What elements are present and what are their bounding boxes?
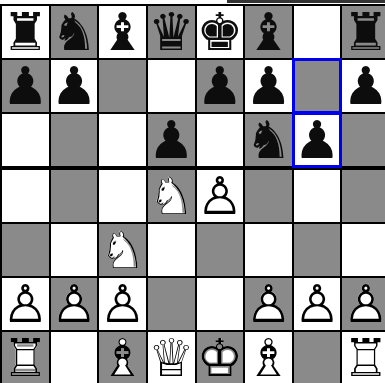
square-f6[interactable]: ♞ xyxy=(245,114,292,166)
white-pawn[interactable]: ♟♙ xyxy=(2,278,49,330)
square-f2[interactable]: ♟♙ xyxy=(245,278,292,330)
square-b4[interactable] xyxy=(51,170,98,222)
square-g2[interactable]: ♟♙ xyxy=(294,278,341,330)
white-pawn[interactable]: ♟♙ xyxy=(99,278,146,330)
square-g8[interactable] xyxy=(294,6,341,58)
square-e1[interactable]: ♚♔ xyxy=(197,332,244,383)
piece-fill-glyph: ♟ xyxy=(2,60,49,112)
white-pawn[interactable]: ♟♙ xyxy=(342,278,385,330)
white-pawn[interactable]: ♟♙ xyxy=(245,278,292,330)
square-g1[interactable] xyxy=(294,332,341,383)
square-b2[interactable]: ♟♙ xyxy=(51,278,98,330)
square-d2[interactable] xyxy=(148,278,195,330)
square-d6[interactable]: ♟ xyxy=(148,114,195,166)
piece-fill-glyph: ♞ xyxy=(245,114,292,166)
piece-outline-glyph: ♔ xyxy=(197,332,244,383)
square-a7[interactable]: ♟ xyxy=(2,60,49,112)
piece-outline-glyph: ♘ xyxy=(148,170,195,222)
square-g7[interactable] xyxy=(294,60,341,112)
white-knight[interactable]: ♞♘ xyxy=(148,170,195,222)
black-pawn[interactable]: ♟ xyxy=(245,60,292,112)
piece-outline-glyph: ♙ xyxy=(294,278,341,330)
square-h8[interactable]: ♜ xyxy=(342,6,385,58)
piece-outline-glyph: ♙ xyxy=(197,170,244,222)
square-a8[interactable]: ♜ xyxy=(2,6,49,58)
black-pawn[interactable]: ♟ xyxy=(294,114,341,166)
square-d1[interactable]: ♛♕ xyxy=(148,332,195,383)
square-a2[interactable]: ♟♙ xyxy=(2,278,49,330)
square-f1[interactable]: ♝♗ xyxy=(245,332,292,383)
square-g4[interactable] xyxy=(294,170,341,222)
square-b1[interactable] xyxy=(51,332,98,383)
white-king[interactable]: ♚♔ xyxy=(197,332,244,383)
square-e4[interactable]: ♟♙ xyxy=(197,170,244,222)
white-queen[interactable]: ♛♕ xyxy=(148,332,195,383)
screenshot-root: ♜♞♝♛♚♝♜♟♟♟♟♟♟♞♟♞♘♟♙♞♘♟♙♟♙♟♙♟♙♟♙♟♙♜♖♝♗♛♕♚… xyxy=(0,0,385,383)
square-a1[interactable]: ♜♖ xyxy=(2,332,49,383)
square-f4[interactable] xyxy=(245,170,292,222)
piece-fill-glyph: ♝ xyxy=(245,6,292,58)
square-g3[interactable] xyxy=(294,224,341,276)
piece-fill-glyph: ♜ xyxy=(2,6,49,58)
white-rook[interactable]: ♜♖ xyxy=(2,332,49,383)
white-pawn[interactable]: ♟♙ xyxy=(51,278,98,330)
piece-outline-glyph: ♕ xyxy=(148,332,195,383)
square-e2[interactable] xyxy=(197,278,244,330)
black-pawn[interactable]: ♟ xyxy=(342,60,385,112)
square-e3[interactable] xyxy=(197,224,244,276)
piece-fill-glyph: ♞ xyxy=(51,6,98,58)
square-d7[interactable] xyxy=(148,60,195,112)
black-queen[interactable]: ♛ xyxy=(148,6,195,58)
white-rook[interactable]: ♜♖ xyxy=(342,332,385,383)
black-king[interactable]: ♚ xyxy=(197,6,244,58)
piece-outline-glyph: ♖ xyxy=(2,332,49,383)
black-bishop[interactable]: ♝ xyxy=(245,6,292,58)
piece-outline-glyph: ♗ xyxy=(245,332,292,383)
square-c2[interactable]: ♟♙ xyxy=(99,278,146,330)
black-pawn[interactable]: ♟ xyxy=(2,60,49,112)
page: { "game": "chess", "position": { "fen": … xyxy=(0,0,385,383)
square-b3[interactable] xyxy=(51,224,98,276)
piece-fill-glyph: ♛ xyxy=(148,6,195,58)
black-rook[interactable]: ♜ xyxy=(342,6,385,58)
piece-outline-glyph: ♙ xyxy=(51,278,98,330)
white-bishop[interactable]: ♝♗ xyxy=(245,332,292,383)
piece-outline-glyph: ♘ xyxy=(99,224,146,276)
piece-fill-glyph: ♟ xyxy=(294,114,341,166)
black-knight[interactable]: ♞ xyxy=(51,6,98,58)
square-a6[interactable] xyxy=(2,114,49,166)
black-bishop[interactable]: ♝ xyxy=(99,6,146,58)
square-g6[interactable]: ♟ xyxy=(294,114,341,166)
white-bishop[interactable]: ♝♗ xyxy=(99,332,146,383)
square-e6[interactable] xyxy=(197,114,244,166)
square-f7[interactable]: ♟ xyxy=(245,60,292,112)
square-c1[interactable]: ♝♗ xyxy=(99,332,146,383)
white-pawn[interactable]: ♟♙ xyxy=(197,170,244,222)
square-h1[interactable]: ♜♖ xyxy=(342,332,385,383)
square-a4[interactable] xyxy=(2,170,49,222)
chess-board: ♜♞♝♛♚♝♜♟♟♟♟♟♟♞♟♞♘♟♙♞♘♟♙♟♙♟♙♟♙♟♙♟♙♜♖♝♗♛♕♚… xyxy=(0,4,385,383)
square-e8[interactable]: ♚ xyxy=(197,6,244,58)
piece-outline-glyph: ♙ xyxy=(99,278,146,330)
black-rook[interactable]: ♜ xyxy=(2,6,49,58)
white-pawn[interactable]: ♟♙ xyxy=(294,278,341,330)
square-f3[interactable] xyxy=(245,224,292,276)
black-pawn[interactable]: ♟ xyxy=(197,60,244,112)
square-h3[interactable] xyxy=(342,224,385,276)
square-h6[interactable] xyxy=(342,114,385,166)
square-b7[interactable]: ♟ xyxy=(51,60,98,112)
piece-fill-glyph: ♟ xyxy=(197,60,244,112)
square-f8[interactable]: ♝ xyxy=(245,6,292,58)
square-c8[interactable]: ♝ xyxy=(99,6,146,58)
piece-outline-glyph: ♙ xyxy=(342,278,385,330)
piece-fill-glyph: ♟ xyxy=(51,60,98,112)
piece-fill-glyph: ♟ xyxy=(342,60,385,112)
square-c7[interactable] xyxy=(99,60,146,112)
piece-fill-glyph: ♚ xyxy=(197,6,244,58)
piece-outline-glyph: ♙ xyxy=(2,278,49,330)
piece-fill-glyph: ♟ xyxy=(148,114,195,166)
square-a3[interactable] xyxy=(2,224,49,276)
square-b8[interactable]: ♞ xyxy=(51,6,98,58)
square-e7[interactable]: ♟ xyxy=(197,60,244,112)
black-knight[interactable]: ♞ xyxy=(245,114,292,166)
black-pawn[interactable]: ♟ xyxy=(51,60,98,112)
piece-outline-glyph: ♙ xyxy=(245,278,292,330)
square-c3[interactable]: ♞♘ xyxy=(99,224,146,276)
square-h2[interactable]: ♟♙ xyxy=(342,278,385,330)
piece-fill-glyph: ♟ xyxy=(245,60,292,112)
piece-outline-glyph: ♗ xyxy=(99,332,146,383)
square-d4[interactable]: ♞♘ xyxy=(148,170,195,222)
square-c4[interactable] xyxy=(99,170,146,222)
square-d8[interactable]: ♛ xyxy=(148,6,195,58)
square-c6[interactable] xyxy=(99,114,146,166)
piece-fill-glyph: ♝ xyxy=(99,6,146,58)
white-knight[interactable]: ♞♘ xyxy=(99,224,146,276)
square-h4[interactable] xyxy=(342,170,385,222)
piece-fill-glyph: ♜ xyxy=(342,6,385,58)
piece-outline-glyph: ♖ xyxy=(342,332,385,383)
square-b6[interactable] xyxy=(51,114,98,166)
square-h7[interactable]: ♟ xyxy=(342,60,385,112)
black-pawn[interactable]: ♟ xyxy=(148,114,195,166)
square-d3[interactable] xyxy=(148,224,195,276)
